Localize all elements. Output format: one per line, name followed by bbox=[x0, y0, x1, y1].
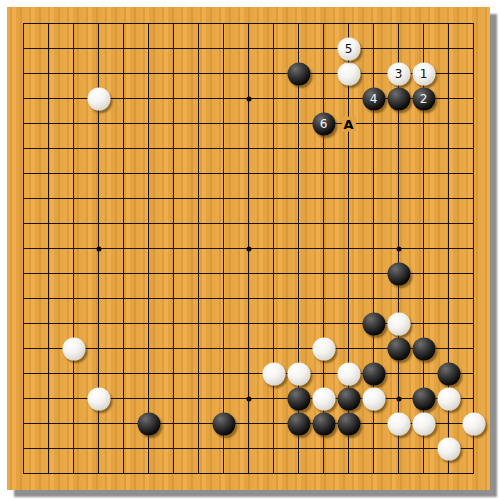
grid-hline bbox=[23, 473, 474, 474]
go-board[interactable]: 123456A bbox=[7, 7, 490, 490]
move-number: 6 bbox=[320, 118, 328, 130]
white-stone[interactable] bbox=[62, 337, 85, 360]
white-stone[interactable] bbox=[262, 362, 285, 385]
black-stone-move-6[interactable]: 6 bbox=[312, 112, 335, 135]
star-point bbox=[396, 396, 401, 401]
black-stone[interactable] bbox=[212, 412, 235, 435]
grid-hline bbox=[23, 448, 474, 449]
white-stone[interactable] bbox=[362, 387, 385, 410]
grid-vline bbox=[273, 23, 274, 474]
black-stone-move-4[interactable]: 4 bbox=[362, 87, 385, 110]
white-stone-move-5[interactable]: 5 bbox=[337, 37, 360, 60]
black-stone[interactable] bbox=[412, 387, 435, 410]
white-stone-move-1[interactable]: 1 bbox=[412, 62, 435, 85]
white-stone[interactable] bbox=[387, 312, 410, 335]
grid-vline bbox=[473, 23, 474, 474]
board-grid: 123456A bbox=[23, 23, 474, 474]
move-number: 2 bbox=[420, 93, 428, 105]
page: 123456A bbox=[0, 0, 500, 500]
black-stone[interactable] bbox=[362, 362, 385, 385]
star-point bbox=[96, 246, 101, 251]
white-stone[interactable] bbox=[437, 387, 460, 410]
white-stone[interactable] bbox=[387, 412, 410, 435]
white-stone[interactable] bbox=[437, 437, 460, 460]
star-point bbox=[246, 396, 251, 401]
white-stone[interactable] bbox=[287, 362, 310, 385]
white-stone[interactable] bbox=[412, 412, 435, 435]
black-stone[interactable] bbox=[437, 362, 460, 385]
black-stone[interactable] bbox=[412, 337, 435, 360]
black-stone[interactable] bbox=[387, 337, 410, 360]
black-stone[interactable] bbox=[387, 87, 410, 110]
black-stone[interactable] bbox=[337, 387, 360, 410]
black-stone[interactable] bbox=[387, 262, 410, 285]
black-stone[interactable] bbox=[312, 412, 335, 435]
black-stone[interactable] bbox=[287, 62, 310, 85]
move-number: 3 bbox=[395, 68, 403, 80]
white-stone[interactable] bbox=[337, 362, 360, 385]
grid-hline bbox=[23, 373, 474, 374]
star-point bbox=[246, 246, 251, 251]
black-stone[interactable] bbox=[362, 312, 385, 335]
white-stone[interactable] bbox=[337, 62, 360, 85]
black-stone[interactable] bbox=[287, 387, 310, 410]
black-stone[interactable] bbox=[287, 412, 310, 435]
white-stone[interactable] bbox=[312, 337, 335, 360]
white-stone[interactable] bbox=[87, 387, 110, 410]
board-label-A[interactable]: A bbox=[341, 116, 355, 131]
black-stone-move-2[interactable]: 2 bbox=[412, 87, 435, 110]
white-stone[interactable] bbox=[462, 412, 485, 435]
white-stone-move-3[interactable]: 3 bbox=[387, 62, 410, 85]
black-stone[interactable] bbox=[337, 412, 360, 435]
move-number: 4 bbox=[370, 93, 378, 105]
grid-hline bbox=[23, 298, 474, 299]
white-stone[interactable] bbox=[87, 87, 110, 110]
black-stone[interactable] bbox=[137, 412, 160, 435]
star-point bbox=[396, 246, 401, 251]
move-number: 1 bbox=[420, 68, 428, 80]
star-point bbox=[246, 96, 251, 101]
move-number: 5 bbox=[345, 43, 353, 55]
white-stone[interactable] bbox=[312, 387, 335, 410]
